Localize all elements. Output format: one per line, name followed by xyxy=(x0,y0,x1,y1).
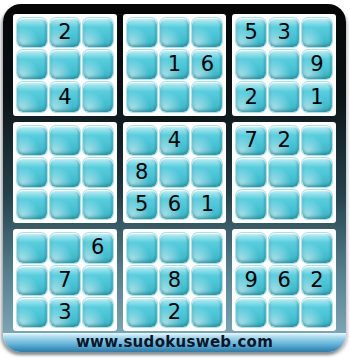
cell-digit: 5 xyxy=(135,194,148,215)
cell-r2c5[interactable]: 1 xyxy=(160,50,190,79)
cell-r1c5[interactable] xyxy=(160,18,190,47)
cell-r1c8[interactable]: 3 xyxy=(269,18,299,47)
cell-digit: 7 xyxy=(245,130,258,151)
cell-r9c2[interactable]: 3 xyxy=(50,298,80,327)
cell-r3c5[interactable] xyxy=(160,82,190,111)
cell-r2c3[interactable] xyxy=(83,50,113,79)
cell-digit: 2 xyxy=(245,87,258,108)
cell-digit: 1 xyxy=(201,194,214,215)
cell-digit: 4 xyxy=(168,130,181,151)
cell-r4c2[interactable] xyxy=(50,126,80,155)
cell-r7c6[interactable] xyxy=(192,233,222,262)
box-r2c1 xyxy=(13,122,117,224)
cell-r5c1[interactable] xyxy=(17,158,47,187)
cell-r7c9[interactable] xyxy=(302,233,332,262)
cell-r3c7[interactable]: 2 xyxy=(236,82,266,111)
cell-r6c5[interactable]: 6 xyxy=(160,190,190,219)
cell-digit: 2 xyxy=(168,302,181,323)
cell-r6c9[interactable] xyxy=(302,190,332,219)
cell-digit: 1 xyxy=(168,54,181,75)
cell-r2c7[interactable] xyxy=(236,50,266,79)
cell-digit: 6 xyxy=(91,237,104,258)
cell-digit: 4 xyxy=(58,87,71,108)
cell-r2c4[interactable] xyxy=(127,50,157,79)
cell-r4c4[interactable] xyxy=(127,126,157,155)
cell-r5c6[interactable] xyxy=(192,158,222,187)
box-r1c2: 16 xyxy=(123,14,227,116)
cell-r7c3[interactable]: 6 xyxy=(83,233,113,262)
cell-r6c8[interactable] xyxy=(269,190,299,219)
cell-r4c9[interactable] xyxy=(302,126,332,155)
cell-r3c3[interactable] xyxy=(83,82,113,111)
cell-r6c2[interactable] xyxy=(50,190,80,219)
cell-r9c5[interactable]: 2 xyxy=(160,298,190,327)
cell-digit: 9 xyxy=(310,54,323,75)
cell-r7c4[interactable] xyxy=(127,233,157,262)
cell-r5c9[interactable] xyxy=(302,158,332,187)
cell-r8c8[interactable]: 6 xyxy=(269,266,299,295)
cell-r1c2[interactable]: 2 xyxy=(50,18,80,47)
cell-digit: 6 xyxy=(201,54,214,75)
box-r1c1: 24 xyxy=(13,14,117,116)
sudoku-board: 24 16 53921 48561 72 673 82 962 xyxy=(3,4,346,333)
cell-r1c7[interactable]: 5 xyxy=(236,18,266,47)
cell-digit: 3 xyxy=(58,302,71,323)
cell-digit: 1 xyxy=(310,87,323,108)
cell-r7c2[interactable] xyxy=(50,233,80,262)
cell-r9c4[interactable] xyxy=(127,298,157,327)
cell-r1c6[interactable] xyxy=(192,18,222,47)
cell-r9c8[interactable] xyxy=(269,298,299,327)
cell-r4c5[interactable]: 4 xyxy=(160,126,190,155)
cell-r4c7[interactable]: 7 xyxy=(236,126,266,155)
website-label: www.sudokusweb.com xyxy=(76,335,273,350)
box-r3c2: 82 xyxy=(123,229,227,331)
footer-banner: www.sudokusweb.com xyxy=(3,333,346,352)
box-r2c3: 72 xyxy=(232,122,336,224)
cell-r6c6[interactable]: 1 xyxy=(192,190,222,219)
cell-r7c7[interactable] xyxy=(236,233,266,262)
sudoku-board-frame: 24 16 53921 48561 72 673 82 962 www.sudo… xyxy=(3,4,346,352)
cell-digit: 2 xyxy=(310,270,323,291)
cell-r8c1[interactable] xyxy=(17,266,47,295)
cell-r8c4[interactable] xyxy=(127,266,157,295)
cell-digit: 6 xyxy=(277,270,290,291)
cell-r3c9[interactable]: 1 xyxy=(302,82,332,111)
cell-digit: 2 xyxy=(277,130,290,151)
cell-r6c3[interactable] xyxy=(83,190,113,219)
cell-r3c8[interactable] xyxy=(269,82,299,111)
box-r2c2: 48561 xyxy=(123,122,227,224)
cell-r6c4[interactable]: 5 xyxy=(127,190,157,219)
cell-r1c9[interactable] xyxy=(302,18,332,47)
cell-r5c4[interactable]: 8 xyxy=(127,158,157,187)
cell-digit: 8 xyxy=(135,162,148,183)
cell-r2c1[interactable] xyxy=(17,50,47,79)
cell-r7c1[interactable] xyxy=(17,233,47,262)
cell-r5c3[interactable] xyxy=(83,158,113,187)
cell-digit: 8 xyxy=(168,270,181,291)
cell-r3c1[interactable] xyxy=(17,82,47,111)
cell-r4c6[interactable] xyxy=(192,126,222,155)
cell-r4c3[interactable] xyxy=(83,126,113,155)
cell-r7c8[interactable] xyxy=(269,233,299,262)
cell-r4c8[interactable]: 2 xyxy=(269,126,299,155)
cell-r5c2[interactable] xyxy=(50,158,80,187)
cell-r8c6[interactable] xyxy=(192,266,222,295)
cell-r8c2[interactable]: 7 xyxy=(50,266,80,295)
box-r3c1: 673 xyxy=(13,229,117,331)
cell-r5c8[interactable] xyxy=(269,158,299,187)
cell-r8c9[interactable]: 2 xyxy=(302,266,332,295)
cell-r2c8[interactable] xyxy=(269,50,299,79)
cell-r9c1[interactable] xyxy=(17,298,47,327)
cell-r9c7[interactable] xyxy=(236,298,266,327)
cell-r3c6[interactable] xyxy=(192,82,222,111)
cell-r9c6[interactable] xyxy=(192,298,222,327)
box-r1c3: 53921 xyxy=(232,14,336,116)
cell-r5c7[interactable] xyxy=(236,158,266,187)
cell-r7c5[interactable] xyxy=(160,233,190,262)
cell-digit: 3 xyxy=(277,22,290,43)
cell-r4c1[interactable] xyxy=(17,126,47,155)
cell-digit: 5 xyxy=(245,22,258,43)
cell-r9c3[interactable] xyxy=(83,298,113,327)
cell-r5c5[interactable] xyxy=(160,158,190,187)
cell-r2c2[interactable] xyxy=(50,50,80,79)
cell-digit: 2 xyxy=(58,22,71,43)
cell-r2c9[interactable]: 9 xyxy=(302,50,332,79)
cell-digit: 6 xyxy=(168,194,181,215)
cell-r6c7[interactable] xyxy=(236,190,266,219)
cell-r8c5[interactable]: 8 xyxy=(160,266,190,295)
cell-r3c2[interactable]: 4 xyxy=(50,82,80,111)
cell-r9c9[interactable] xyxy=(302,298,332,327)
cell-r1c4[interactable] xyxy=(127,18,157,47)
cell-r1c3[interactable] xyxy=(83,18,113,47)
cell-r8c7[interactable]: 9 xyxy=(236,266,266,295)
cell-r2c6[interactable]: 6 xyxy=(192,50,222,79)
cell-r6c1[interactable] xyxy=(17,190,47,219)
cell-r8c3[interactable] xyxy=(83,266,113,295)
cell-r3c4[interactable] xyxy=(127,82,157,111)
box-r3c3: 962 xyxy=(232,229,336,331)
cell-digit: 9 xyxy=(245,270,258,291)
cell-r1c1[interactable] xyxy=(17,18,47,47)
cell-digit: 7 xyxy=(58,270,71,291)
